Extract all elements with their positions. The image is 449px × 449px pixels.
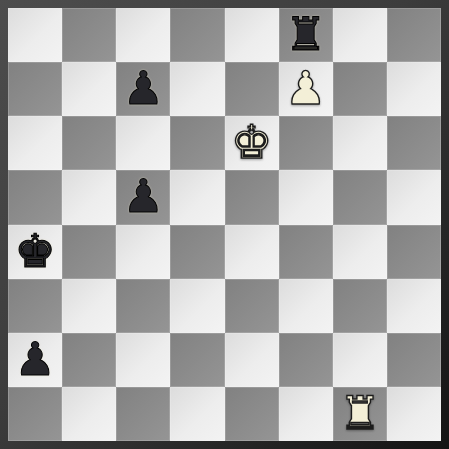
square-f8[interactable]: ♜: [279, 8, 333, 62]
square-d4[interactable]: [170, 225, 224, 279]
square-g4[interactable]: [333, 225, 387, 279]
square-e8[interactable]: [225, 8, 279, 62]
square-e6[interactable]: ♚: [225, 116, 279, 170]
square-f6[interactable]: [279, 116, 333, 170]
square-d5[interactable]: [170, 170, 224, 224]
square-b6[interactable]: [62, 116, 116, 170]
square-f7[interactable]: ♟: [279, 62, 333, 116]
black-rook[interactable]: ♜: [285, 11, 326, 57]
chess-board: ♜♟♟♚♟♚♟♜: [8, 8, 441, 441]
square-f5[interactable]: [279, 170, 333, 224]
square-c5[interactable]: ♟: [116, 170, 170, 224]
square-d6[interactable]: [170, 116, 224, 170]
black-pawn[interactable]: ♟: [123, 65, 164, 111]
square-g6[interactable]: [333, 116, 387, 170]
square-c1[interactable]: [116, 387, 170, 441]
square-g8[interactable]: [333, 8, 387, 62]
square-b4[interactable]: [62, 225, 116, 279]
square-f1[interactable]: [279, 387, 333, 441]
square-b8[interactable]: [62, 8, 116, 62]
square-c4[interactable]: [116, 225, 170, 279]
square-h1[interactable]: [387, 387, 441, 441]
square-a4[interactable]: ♚: [8, 225, 62, 279]
square-g7[interactable]: [333, 62, 387, 116]
square-e5[interactable]: [225, 170, 279, 224]
square-a8[interactable]: [8, 8, 62, 62]
square-e1[interactable]: [225, 387, 279, 441]
square-b2[interactable]: [62, 333, 116, 387]
square-c7[interactable]: ♟: [116, 62, 170, 116]
square-d8[interactable]: [170, 8, 224, 62]
square-h5[interactable]: [387, 170, 441, 224]
square-h6[interactable]: [387, 116, 441, 170]
square-a5[interactable]: [8, 170, 62, 224]
black-pawn[interactable]: ♟: [14, 336, 55, 382]
square-b3[interactable]: [62, 279, 116, 333]
square-f2[interactable]: [279, 333, 333, 387]
square-c6[interactable]: [116, 116, 170, 170]
square-e7[interactable]: [225, 62, 279, 116]
black-pawn[interactable]: ♟: [123, 173, 164, 219]
square-h2[interactable]: [387, 333, 441, 387]
square-g5[interactable]: [333, 170, 387, 224]
square-a7[interactable]: [8, 62, 62, 116]
square-d1[interactable]: [170, 387, 224, 441]
square-h4[interactable]: [387, 225, 441, 279]
square-f4[interactable]: [279, 225, 333, 279]
white-king[interactable]: ♚: [231, 119, 272, 165]
square-g1[interactable]: ♜: [333, 387, 387, 441]
square-h7[interactable]: [387, 62, 441, 116]
square-a3[interactable]: [8, 279, 62, 333]
white-rook[interactable]: ♜: [339, 390, 380, 436]
square-d3[interactable]: [170, 279, 224, 333]
square-f3[interactable]: [279, 279, 333, 333]
square-h8[interactable]: [387, 8, 441, 62]
square-c3[interactable]: [116, 279, 170, 333]
square-a6[interactable]: [8, 116, 62, 170]
square-b7[interactable]: [62, 62, 116, 116]
square-c2[interactable]: [116, 333, 170, 387]
square-b5[interactable]: [62, 170, 116, 224]
board-frame: ♜♟♟♚♟♚♟♜: [0, 0, 449, 449]
square-g3[interactable]: [333, 279, 387, 333]
square-a1[interactable]: [8, 387, 62, 441]
square-a2[interactable]: ♟: [8, 333, 62, 387]
white-pawn[interactable]: ♟: [285, 65, 326, 111]
square-h3[interactable]: [387, 279, 441, 333]
square-e3[interactable]: [225, 279, 279, 333]
black-king[interactable]: ♚: [14, 228, 55, 274]
square-e2[interactable]: [225, 333, 279, 387]
square-b1[interactable]: [62, 387, 116, 441]
square-d2[interactable]: [170, 333, 224, 387]
square-c8[interactable]: [116, 8, 170, 62]
square-d7[interactable]: [170, 62, 224, 116]
square-e4[interactable]: [225, 225, 279, 279]
square-g2[interactable]: [333, 333, 387, 387]
